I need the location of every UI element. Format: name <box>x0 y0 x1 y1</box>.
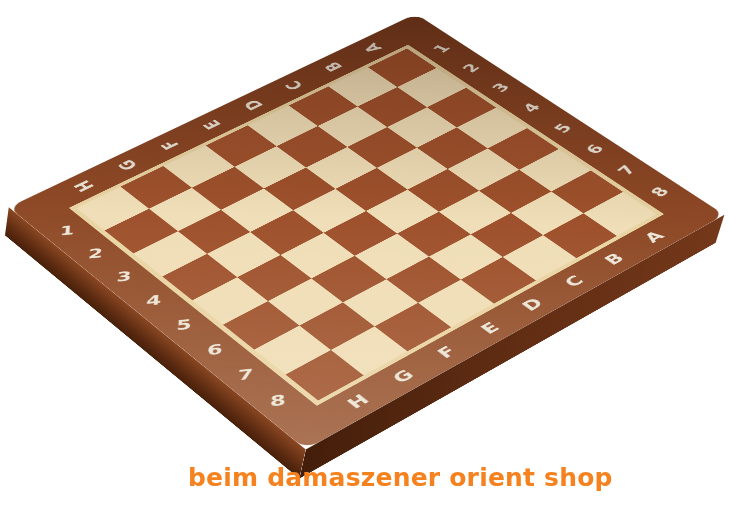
square-d6 <box>397 212 470 257</box>
coord-rank-1-far-edge: 1 <box>421 38 461 60</box>
coord-rank-4-near-edge: 4 <box>137 289 170 312</box>
coord-rank-2-far-edge: 2 <box>451 57 491 79</box>
coord-rank-3-near-edge: 3 <box>108 266 141 288</box>
coord-rank-5-far-edge: 5 <box>542 116 583 140</box>
square-g6 <box>268 278 343 325</box>
chess-board: AABBCCDDEEFFGGHH1122334455667788 <box>9 14 725 450</box>
product-photo-scene: AABBCCDDEEFFGGHH1122334455667788 beim da… <box>0 0 730 524</box>
square-h2 <box>105 209 178 254</box>
square-h3 <box>133 231 207 276</box>
square-g5 <box>237 255 312 301</box>
square-d7 <box>429 234 503 280</box>
square-b8 <box>544 213 617 258</box>
coord-rank-2-near-edge: 2 <box>79 242 112 264</box>
square-h7 <box>254 325 331 374</box>
coord-rank-6-near-edge: 6 <box>198 338 231 361</box>
square-e7 <box>386 256 461 302</box>
square-g8 <box>331 326 408 375</box>
square-e6 <box>355 233 429 278</box>
square-g7 <box>299 302 375 350</box>
square-h4 <box>162 254 237 300</box>
board-surface: AABBCCDDEEFFGGHH1122334455667788 <box>9 14 725 450</box>
square-e8 <box>418 280 493 327</box>
square-f7 <box>343 279 418 326</box>
square-c8 <box>503 235 577 281</box>
square-e5 <box>324 211 397 256</box>
coord-rank-3-far-edge: 3 <box>481 76 522 99</box>
square-c7 <box>470 213 543 258</box>
square-f8 <box>375 303 451 351</box>
shop-caption: beim damaszener orient shop <box>188 463 613 492</box>
square-f5 <box>281 233 355 278</box>
square-g4 <box>207 232 281 277</box>
square-f6 <box>312 256 387 302</box>
square-h5 <box>192 277 267 324</box>
coord-rank-8-near-edge: 8 <box>261 388 294 412</box>
coord-rank-5-near-edge: 5 <box>167 313 200 336</box>
square-h8 <box>286 350 364 400</box>
square-d8 <box>461 257 536 303</box>
coord-rank-4-far-edge: 4 <box>511 96 552 119</box>
coord-rank-7-near-edge: 7 <box>229 363 262 387</box>
square-f4 <box>251 210 324 255</box>
square-g3 <box>178 209 251 254</box>
board-perspective-wrap: AABBCCDDEEFFGGHH1122334455667788 <box>56 0 677 465</box>
square-h6 <box>223 301 299 349</box>
coord-rank-1-near-edge: 1 <box>51 220 84 241</box>
